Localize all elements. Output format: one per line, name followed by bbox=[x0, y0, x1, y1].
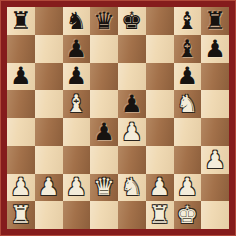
square-g4[interactable] bbox=[174, 118, 202, 146]
square-h8[interactable]: ♜ bbox=[201, 7, 229, 35]
square-d1[interactable] bbox=[90, 201, 118, 229]
piece-white-pawn-icon[interactable]: ♟ bbox=[177, 175, 199, 199]
square-f5[interactable] bbox=[146, 90, 174, 118]
piece-black-bishop-icon[interactable]: ♝ bbox=[177, 37, 199, 61]
square-a7[interactable] bbox=[7, 35, 35, 63]
square-c7[interactable]: ♟ bbox=[63, 35, 91, 63]
square-b4[interactable] bbox=[35, 118, 63, 146]
square-d3[interactable] bbox=[90, 146, 118, 174]
square-a5[interactable] bbox=[7, 90, 35, 118]
square-d4[interactable]: ♟ bbox=[90, 118, 118, 146]
piece-white-pawn-icon[interactable]: ♟ bbox=[38, 175, 60, 199]
piece-black-pawn-icon[interactable]: ♟ bbox=[204, 37, 226, 61]
square-g1[interactable]: ♚ bbox=[174, 201, 202, 229]
square-d8[interactable]: ♛ bbox=[90, 7, 118, 35]
piece-black-pawn-icon[interactable]: ♟ bbox=[177, 64, 199, 88]
square-h6[interactable] bbox=[201, 63, 229, 91]
piece-black-pawn-icon[interactable]: ♟ bbox=[121, 92, 143, 116]
square-c2[interactable]: ♟ bbox=[63, 174, 91, 202]
square-f2[interactable]: ♟ bbox=[146, 174, 174, 202]
square-c1[interactable] bbox=[63, 201, 91, 229]
piece-white-king-icon[interactable]: ♚ bbox=[177, 203, 199, 227]
piece-white-pawn-icon[interactable]: ♟ bbox=[66, 175, 88, 199]
square-f6[interactable] bbox=[146, 63, 174, 91]
square-e2[interactable]: ♞ bbox=[118, 174, 146, 202]
square-f1[interactable]: ♜ bbox=[146, 201, 174, 229]
square-h3[interactable]: ♟ bbox=[201, 146, 229, 174]
square-h2[interactable] bbox=[201, 174, 229, 202]
piece-white-bishop-icon[interactable]: ♝ bbox=[66, 92, 88, 116]
square-d2[interactable]: ♛ bbox=[90, 174, 118, 202]
piece-white-pawn-icon[interactable]: ♟ bbox=[149, 175, 171, 199]
piece-black-pawn-icon[interactable]: ♟ bbox=[93, 120, 115, 144]
square-a8[interactable]: ♜ bbox=[7, 7, 35, 35]
square-e1[interactable] bbox=[118, 201, 146, 229]
square-g2[interactable]: ♟ bbox=[174, 174, 202, 202]
square-e3[interactable] bbox=[118, 146, 146, 174]
piece-white-pawn-icon[interactable]: ♟ bbox=[204, 148, 226, 172]
square-e7[interactable] bbox=[118, 35, 146, 63]
square-b8[interactable] bbox=[35, 7, 63, 35]
square-d7[interactable] bbox=[90, 35, 118, 63]
square-e4[interactable]: ♟ bbox=[118, 118, 146, 146]
piece-black-knight-icon[interactable]: ♞ bbox=[66, 9, 88, 33]
square-c8[interactable]: ♞ bbox=[63, 7, 91, 35]
square-e5[interactable]: ♟ bbox=[118, 90, 146, 118]
piece-black-rook-icon[interactable]: ♜ bbox=[204, 9, 226, 33]
square-d6[interactable] bbox=[90, 63, 118, 91]
square-g6[interactable]: ♟ bbox=[174, 63, 202, 91]
square-b2[interactable]: ♟ bbox=[35, 174, 63, 202]
square-e8[interactable]: ♚ bbox=[118, 7, 146, 35]
square-b6[interactable] bbox=[35, 63, 63, 91]
square-g7[interactable]: ♝ bbox=[174, 35, 202, 63]
square-h1[interactable] bbox=[201, 201, 229, 229]
piece-white-pawn-icon[interactable]: ♟ bbox=[10, 175, 32, 199]
square-d5[interactable] bbox=[90, 90, 118, 118]
square-a6[interactable]: ♟ bbox=[7, 63, 35, 91]
square-c4[interactable] bbox=[63, 118, 91, 146]
square-b1[interactable] bbox=[35, 201, 63, 229]
square-g5[interactable]: ♞ bbox=[174, 90, 202, 118]
square-f3[interactable] bbox=[146, 146, 174, 174]
piece-white-queen-icon[interactable]: ♛ bbox=[93, 175, 115, 199]
piece-black-rook-icon[interactable]: ♜ bbox=[10, 9, 32, 33]
square-h5[interactable] bbox=[201, 90, 229, 118]
piece-white-pawn-icon[interactable]: ♟ bbox=[121, 120, 143, 144]
square-f8[interactable] bbox=[146, 7, 174, 35]
piece-black-pawn-icon[interactable]: ♟ bbox=[66, 64, 88, 88]
chess-board: ♜♞♛♚♝♜♟♝♟♟♟♟♝♟♞♟♟♟♟♟♟♛♞♟♟♜♜♚ bbox=[7, 7, 229, 229]
square-b7[interactable] bbox=[35, 35, 63, 63]
square-a1[interactable]: ♜ bbox=[7, 201, 35, 229]
square-f4[interactable] bbox=[146, 118, 174, 146]
square-f7[interactable] bbox=[146, 35, 174, 63]
square-b3[interactable] bbox=[35, 146, 63, 174]
chess-board-frame: ♜♞♛♚♝♜♟♝♟♟♟♟♝♟♞♟♟♟♟♟♟♛♞♟♟♜♜♚ bbox=[0, 0, 236, 236]
piece-black-pawn-icon[interactable]: ♟ bbox=[66, 37, 88, 61]
piece-white-knight-icon[interactable]: ♞ bbox=[121, 175, 143, 199]
square-a3[interactable] bbox=[7, 146, 35, 174]
square-b5[interactable] bbox=[35, 90, 63, 118]
piece-white-rook-icon[interactable]: ♜ bbox=[10, 203, 32, 227]
square-h7[interactable]: ♟ bbox=[201, 35, 229, 63]
square-h4[interactable] bbox=[201, 118, 229, 146]
square-c3[interactable] bbox=[63, 146, 91, 174]
piece-black-pawn-icon[interactable]: ♟ bbox=[10, 64, 32, 88]
square-g8[interactable]: ♝ bbox=[174, 7, 202, 35]
square-a2[interactable]: ♟ bbox=[7, 174, 35, 202]
piece-black-queen-icon[interactable]: ♛ bbox=[93, 9, 115, 33]
square-e6[interactable] bbox=[118, 63, 146, 91]
square-c5[interactable]: ♝ bbox=[63, 90, 91, 118]
piece-black-bishop-icon[interactable]: ♝ bbox=[177, 9, 199, 33]
square-a4[interactable] bbox=[7, 118, 35, 146]
piece-white-knight-icon[interactable]: ♞ bbox=[177, 92, 199, 116]
square-g3[interactable] bbox=[174, 146, 202, 174]
piece-black-king-icon[interactable]: ♚ bbox=[121, 9, 143, 33]
piece-white-rook-icon[interactable]: ♜ bbox=[149, 203, 171, 227]
square-c6[interactable]: ♟ bbox=[63, 63, 91, 91]
